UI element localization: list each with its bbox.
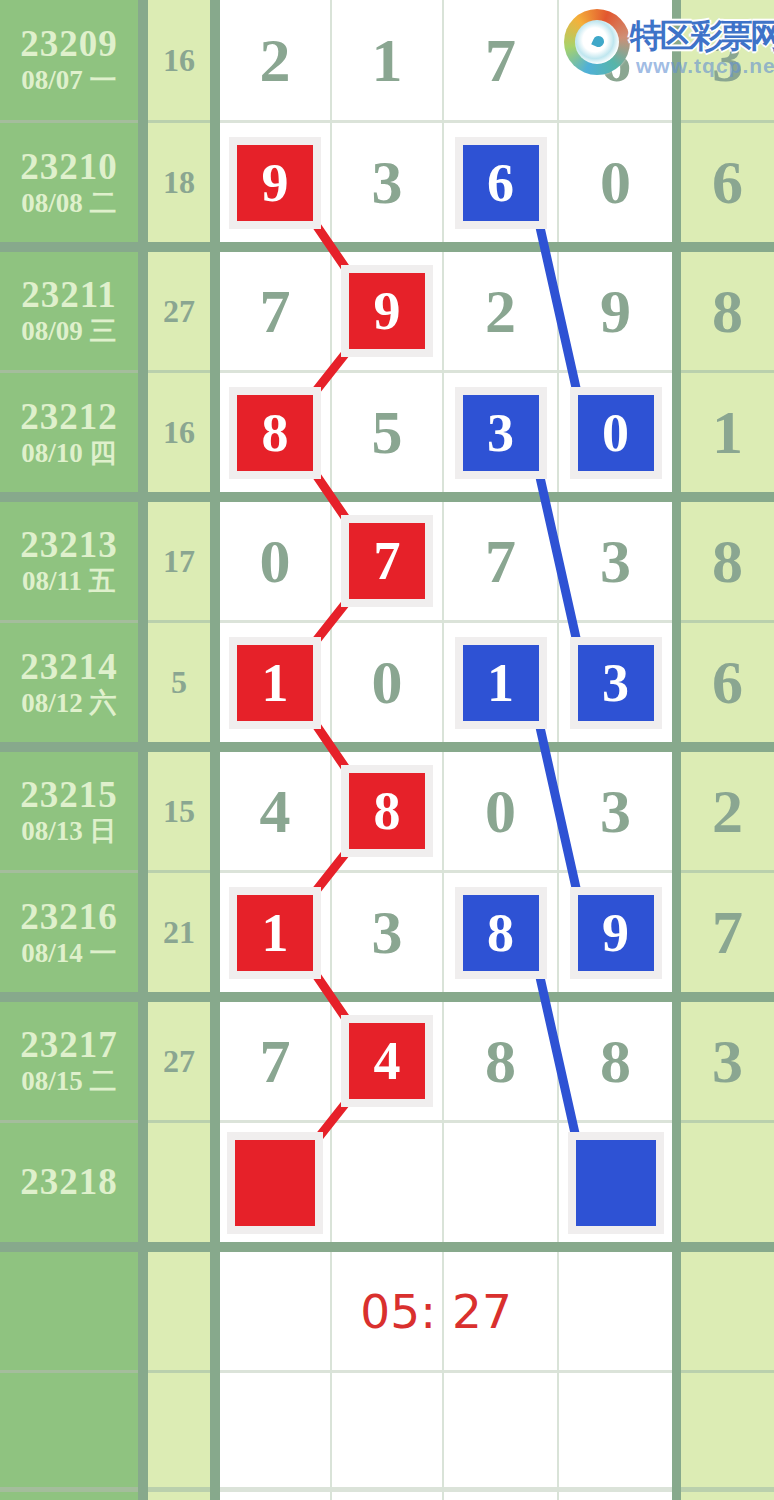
issue-number: 23217: [20, 1026, 118, 1065]
issue-cell: [0, 1492, 138, 1500]
sum-cell: [148, 1123, 210, 1242]
sum-cell: 16: [148, 373, 210, 492]
digit-cell: 0: [332, 623, 442, 742]
watermark-site-name: 特区彩票网: [630, 14, 774, 59]
tail-digit-cell: 2: [681, 752, 774, 873]
red-number-box: 4: [349, 1023, 425, 1099]
blue-number-box: 8: [463, 895, 539, 971]
tail-digit-value: 6: [712, 147, 743, 218]
boxed-digit-value: 1: [262, 902, 289, 964]
digit-value: 7: [260, 276, 291, 347]
sum-value: 21: [163, 914, 195, 951]
issue-cell: 2321008/08 二: [0, 123, 138, 242]
boxed-digit-value: 8: [487, 902, 514, 964]
sum-cell: 15: [148, 752, 210, 873]
tail-digit-cell: [681, 1492, 774, 1500]
digit-cell: 3: [559, 752, 672, 873]
sum-cell: 27: [148, 252, 210, 373]
watermark-site-url: www.tqcp.net: [636, 54, 774, 78]
digit-cell: 9: [559, 252, 672, 373]
tail-digit-cell: 7: [681, 873, 774, 992]
tail-digit-value: 8: [712, 526, 743, 597]
digit-value: 0: [372, 647, 403, 718]
digit-cell: 2: [444, 252, 557, 373]
grid-border-horizontal: [0, 742, 774, 752]
issue-number: 23209: [20, 25, 118, 64]
digit-value: 8: [600, 1026, 631, 1097]
grid-border-horizontal: [0, 492, 774, 502]
digit-cell: 1: [332, 0, 442, 123]
digit-value: 7: [485, 526, 516, 597]
digit-cell: 4: [220, 752, 330, 873]
digit-value: 1: [372, 25, 403, 96]
issue-cell: 23218: [0, 1123, 138, 1242]
digit-cell: 7: [220, 1002, 330, 1123]
boxed-digit-value: 6: [487, 152, 514, 214]
sum-value: 16: [163, 414, 195, 451]
tail-digit-value: 6: [712, 647, 743, 718]
tail-digit-cell: 6: [681, 623, 774, 742]
tail-digit-cell: [681, 1123, 774, 1242]
digit-value: 3: [600, 776, 631, 847]
red-number-box: 7: [349, 523, 425, 599]
issue-cell: [0, 1373, 138, 1492]
sum-value: 17: [163, 543, 195, 580]
digit-value: 2: [260, 25, 291, 96]
tail-digit-value: 1: [712, 397, 743, 468]
grid-border-horizontal: [0, 1242, 774, 1252]
blue-number-box: 0: [578, 395, 654, 471]
digit-value: 2: [485, 276, 516, 347]
tail-digit-value: 2: [712, 776, 743, 847]
grid-border-horizontal: [0, 992, 774, 1002]
digit-cell: [559, 1492, 672, 1500]
issue-cell: 2321408/12 六: [0, 623, 138, 742]
countdown-seconds: 27: [452, 1284, 512, 1339]
blue-number-box: 1: [463, 645, 539, 721]
boxed-digit-value: 3: [487, 402, 514, 464]
digit-cell: [559, 1373, 672, 1492]
sum-cell: [148, 1492, 210, 1500]
boxed-digit-value: 1: [262, 652, 289, 714]
swirl-logo-icon: [564, 9, 630, 75]
digit-cell: [559, 1252, 672, 1373]
digit-cell: [444, 1492, 557, 1500]
tail-digit-cell: 1: [681, 373, 774, 492]
digit-cell: 0: [559, 123, 672, 242]
sum-value: 27: [163, 293, 195, 330]
issue-number: 23212: [20, 398, 118, 437]
blue-number-box: 3: [578, 645, 654, 721]
issue-number: 23216: [20, 898, 118, 937]
boxed-digit-value: 9: [374, 280, 401, 342]
digit-cell: [332, 1123, 442, 1242]
digit-value: 3: [372, 147, 403, 218]
issue-number: 23210: [20, 148, 118, 187]
sum-cell: 21: [148, 873, 210, 992]
draw-countdown-timer: 05: 27: [220, 1252, 559, 1370]
red-number-box: 9: [237, 145, 313, 221]
digit-cell: [220, 1492, 330, 1500]
digit-cell: 5: [332, 373, 442, 492]
issue-date: 08/08 二: [21, 189, 116, 217]
digit-cell: 7: [220, 252, 330, 373]
digit-cell: 3: [559, 502, 672, 623]
issue-date: 08/12 六: [21, 689, 116, 717]
digit-cell: [332, 1373, 442, 1492]
issue-date: 08/13 日: [21, 817, 116, 845]
red-number-box: 8: [237, 395, 313, 471]
issue-cell: 2321208/10 四: [0, 373, 138, 492]
tail-digit-cell: [681, 1373, 774, 1492]
lottery-trend-chart: 2320908/07 一16217632321008/08 二183062321…: [0, 0, 774, 1500]
digit-value: 0: [260, 526, 291, 597]
sum-cell: 18: [148, 123, 210, 242]
issue-cell: 2321108/09 三: [0, 252, 138, 373]
digit-value: 0: [600, 147, 631, 218]
digit-cell: 0: [220, 502, 330, 623]
red-number-box: 9: [349, 273, 425, 349]
tail-digit-cell: 3: [681, 1002, 774, 1123]
issue-date: 08/10 四: [21, 439, 116, 467]
red-number-box: 8: [349, 773, 425, 849]
boxed-digit-value: 0: [602, 402, 629, 464]
digit-cell: 3: [332, 123, 442, 242]
site-watermark: 特区彩票网 www.tqcp.net: [558, 6, 774, 84]
digit-cell: [444, 1373, 557, 1492]
boxed-digit-value: 9: [602, 902, 629, 964]
sum-value: 15: [163, 793, 195, 830]
sum-cell: [148, 1373, 210, 1492]
issue-cell: 2321708/15 二: [0, 1002, 138, 1123]
tail-digit-cell: 6: [681, 123, 774, 242]
digit-value: 5: [372, 397, 403, 468]
issue-date: 08/15 二: [21, 1067, 116, 1095]
issue-number: 23215: [20, 776, 118, 815]
tail-digit-value: 7: [712, 897, 743, 968]
sum-cell: 27: [148, 1002, 210, 1123]
digit-cell: 8: [559, 1002, 672, 1123]
issue-date: 08/09 三: [21, 317, 116, 345]
issue-date: 08/07 一: [21, 66, 116, 94]
tail-digit-cell: 8: [681, 502, 774, 623]
boxed-digit-value: 8: [262, 402, 289, 464]
digit-cell: [220, 1373, 330, 1492]
digit-cell: 2: [220, 0, 330, 123]
issue-number: 23211: [21, 276, 116, 315]
blue-empty-box: [576, 1140, 656, 1226]
digit-cell: 7: [444, 502, 557, 623]
digit-value: 3: [600, 526, 631, 597]
boxed-digit-value: 8: [374, 780, 401, 842]
digit-value: 9: [600, 276, 631, 347]
issue-number: 23218: [20, 1163, 118, 1202]
issue-cell: 2321508/13 日: [0, 752, 138, 873]
issue-cell: 2321308/11 五: [0, 502, 138, 623]
sum-value: 5: [171, 664, 187, 701]
sum-cell: 5: [148, 623, 210, 742]
digit-cell: [332, 1492, 442, 1500]
digit-cell: 7: [444, 0, 557, 123]
digit-value: 7: [485, 25, 516, 96]
digit-cell: [444, 1123, 557, 1242]
sum-value: 27: [163, 1043, 195, 1080]
digit-cell: 8: [444, 1002, 557, 1123]
tail-digit-cell: [681, 1252, 774, 1373]
digit-value: 3: [372, 897, 403, 968]
tail-digit-value: 3: [712, 1026, 743, 1097]
issue-date: 08/14 一: [21, 939, 116, 967]
issue-number: 23214: [20, 648, 118, 687]
sum-value: 16: [163, 42, 195, 79]
boxed-digit-value: 9: [262, 152, 289, 214]
red-number-box: 1: [237, 895, 313, 971]
digit-cell: 0: [444, 752, 557, 873]
digit-value: 4: [260, 776, 291, 847]
blue-number-box: 3: [463, 395, 539, 471]
issue-number: 23213: [20, 526, 118, 565]
grid-border-horizontal: [0, 242, 774, 252]
tail-digit-value: 8: [712, 276, 743, 347]
issue-cell: 2321608/14 一: [0, 873, 138, 992]
tail-digit-cell: 8: [681, 252, 774, 373]
sum-cell: 16: [148, 0, 210, 123]
issue-date: 08/11 五: [22, 567, 116, 595]
digit-value: 8: [485, 1026, 516, 1097]
blue-number-box: 6: [463, 145, 539, 221]
boxed-digit-value: 1: [487, 652, 514, 714]
sum-value: 18: [163, 164, 195, 201]
red-number-box: 1: [237, 645, 313, 721]
sum-cell: [148, 1252, 210, 1373]
digit-cell: 3: [332, 873, 442, 992]
digit-value: 0: [485, 776, 516, 847]
countdown-minutes: 05:: [360, 1284, 436, 1339]
sum-cell: 17: [148, 502, 210, 623]
issue-cell: [0, 1252, 138, 1373]
red-empty-box: [235, 1140, 315, 1226]
boxed-digit-value: 7: [374, 530, 401, 592]
digit-value: 7: [260, 1026, 291, 1097]
boxed-digit-value: 3: [602, 652, 629, 714]
blue-number-box: 9: [578, 895, 654, 971]
boxed-digit-value: 4: [374, 1030, 401, 1092]
issue-cell: 2320908/07 一: [0, 0, 138, 123]
